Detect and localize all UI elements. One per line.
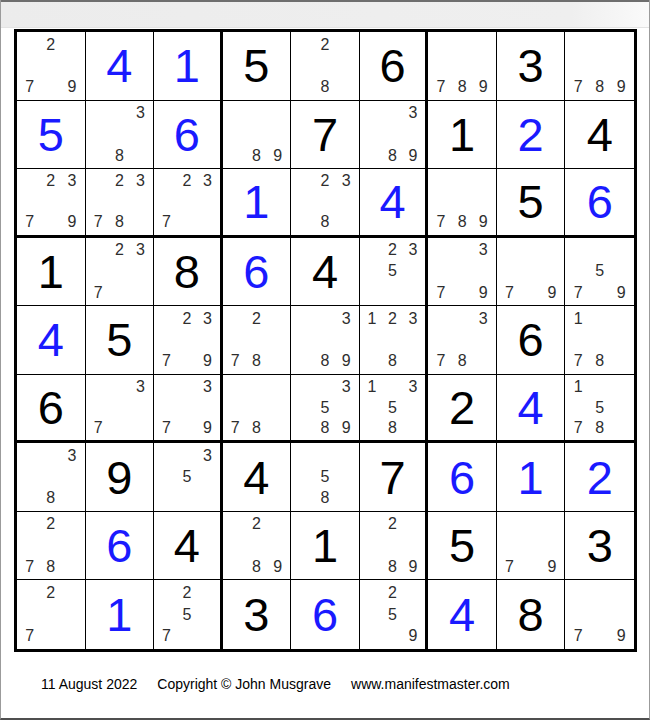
pencil-marks: 237	[156, 171, 218, 233]
cell-r4c2[interactable]: 237	[86, 238, 155, 307]
pencil-mark-5: 5	[314, 467, 335, 488]
cell-r8c8[interactable]: 79	[497, 512, 566, 581]
pencil-mark-2: 2	[246, 308, 267, 329]
pencil-marks: 259	[362, 582, 424, 647]
cell-r8c2[interactable]: 6	[86, 512, 155, 581]
pencil-marks: 289	[225, 514, 289, 578]
cell-r5c2[interactable]: 5	[86, 306, 155, 375]
cell-r4c5[interactable]: 4	[291, 238, 360, 307]
pencil-mark-8: 8	[382, 418, 403, 439]
pencil-mark-2: 2	[177, 308, 198, 329]
pencil-mark-7: 7	[567, 418, 589, 439]
pencil-mark-5: 5	[589, 397, 611, 418]
user-digit: 4	[449, 591, 475, 638]
sudoku-grid: 2794152867893789538689738912423792378237…	[14, 29, 637, 652]
pencil-marks: 28	[293, 34, 357, 98]
cell-r4c3[interactable]: 8	[154, 238, 223, 307]
given-digit: 1	[449, 111, 475, 158]
user-digit: 2	[518, 111, 544, 158]
cell-r8c3[interactable]: 4	[154, 512, 223, 581]
pencil-mark-1: 1	[567, 308, 589, 329]
pencil-marks: 389	[293, 308, 357, 372]
pencil-mark-3: 3	[61, 171, 82, 192]
cell-r6c6[interactable]: 1358	[360, 375, 429, 444]
user-digit: 5	[38, 111, 64, 158]
pencil-marks: 389	[362, 103, 424, 167]
cell-r1c5[interactable]: 28	[291, 32, 360, 101]
pencil-mark-2: 2	[109, 240, 130, 261]
cell-r9c8[interactable]: 8	[497, 580, 566, 649]
pencil-marks: 38	[19, 445, 83, 509]
pencil-mark-8: 8	[246, 418, 267, 439]
pencil-mark-3: 3	[197, 377, 218, 398]
user-digit: 6	[243, 248, 269, 295]
pencil-mark-2: 2	[177, 582, 198, 604]
cell-r7c8[interactable]: 1	[497, 443, 566, 512]
pencil-mark-9: 9	[403, 625, 424, 647]
user-digit: 6	[312, 591, 338, 638]
pencil-mark-8: 8	[314, 488, 335, 509]
pencil-mark-3: 3	[197, 308, 218, 329]
pencil-mark-3: 3	[403, 377, 424, 398]
pencil-mark-8: 8	[40, 488, 61, 509]
given-digit: 1	[38, 248, 64, 295]
pencil-mark-1: 1	[362, 308, 383, 329]
caption-copyright: Copyright © John Musgrave	[157, 676, 331, 692]
pencil-mark-9: 9	[336, 351, 357, 372]
user-digit: 6	[587, 178, 613, 225]
pencil-mark-7: 7	[88, 282, 109, 303]
pencil-mark-7: 7	[156, 351, 177, 372]
pencil-mark-3: 3	[403, 103, 424, 124]
cell-r3c4[interactable]: 1	[223, 169, 292, 238]
cell-r6c2[interactable]: 37	[86, 375, 155, 444]
cell-r3c6[interactable]: 4	[360, 169, 429, 238]
pencil-marks: 79	[499, 514, 563, 578]
pencil-marks: 58	[293, 445, 357, 509]
cell-r3c8[interactable]: 5	[497, 169, 566, 238]
user-digit: 1	[174, 42, 200, 89]
pencil-marks: 278	[19, 514, 83, 578]
cell-r7c5[interactable]: 58	[291, 443, 360, 512]
pencil-mark-8: 8	[246, 351, 267, 372]
pencil-marks: 789	[567, 34, 632, 98]
pencil-mark-8: 8	[314, 76, 335, 97]
given-digit: 4	[312, 248, 338, 295]
pencil-mark-3: 3	[473, 240, 494, 261]
given-digit: 3	[587, 522, 613, 569]
cell-r5c8[interactable]: 6	[497, 306, 566, 375]
pencil-mark-8: 8	[40, 556, 61, 577]
pencil-mark-5: 5	[382, 397, 403, 418]
pencil-marks: 1578	[567, 377, 632, 439]
pencil-mark-2: 2	[382, 514, 403, 535]
pencil-mark-8: 8	[382, 556, 403, 577]
pencil-mark-7: 7	[19, 625, 40, 647]
pencil-mark-7: 7	[430, 212, 451, 233]
pencil-mark-8: 8	[246, 145, 267, 166]
pencil-mark-3: 3	[473, 308, 494, 329]
cell-r1c8[interactable]: 3	[497, 32, 566, 101]
pencil-mark-8: 8	[452, 76, 473, 97]
pencil-mark-8: 8	[314, 418, 335, 439]
cell-r8c6[interactable]: 289	[360, 512, 429, 581]
cell-r5c1[interactable]: 4	[17, 306, 86, 375]
pencil-mark-7: 7	[156, 418, 177, 439]
pencil-marks: 278	[225, 308, 289, 372]
sudoku-page: 2794152867893789538689738912423792378237…	[0, 0, 650, 720]
pencil-mark-9: 9	[473, 282, 494, 303]
user-digit: 1	[518, 454, 544, 501]
given-digit: 5	[243, 42, 269, 89]
cell-r7c6[interactable]: 7	[360, 443, 429, 512]
pencil-mark-2: 2	[40, 171, 61, 192]
pencil-mark-8: 8	[246, 556, 267, 577]
cell-r3c1[interactable]: 2379	[17, 169, 86, 238]
pencil-mark-9: 9	[336, 418, 357, 439]
user-digit: 4	[106, 42, 132, 89]
given-digit: 7	[379, 454, 405, 501]
cell-r7c3[interactable]: 35	[154, 443, 223, 512]
pencil-mark-2: 2	[40, 34, 61, 55]
cell-r4c6[interactable]: 235	[360, 238, 429, 307]
pencil-mark-8: 8	[109, 145, 130, 166]
given-digit: 5	[518, 178, 544, 225]
pencil-mark-7: 7	[88, 212, 109, 233]
pencil-mark-7: 7	[19, 212, 40, 233]
pencil-mark-9: 9	[197, 418, 218, 439]
pencil-mark-7: 7	[567, 351, 589, 372]
pencil-mark-7: 7	[225, 351, 246, 372]
pencil-marks: 79	[499, 240, 563, 304]
cell-r2c4[interactable]: 89	[223, 101, 292, 170]
pencil-mark-2: 2	[177, 171, 198, 192]
cell-r4c9[interactable]: 579	[565, 238, 634, 307]
cell-r1c3[interactable]: 1	[154, 32, 223, 101]
pencil-mark-2: 2	[314, 171, 335, 192]
cell-r2c5[interactable]: 7	[291, 101, 360, 170]
pencil-mark-7: 7	[19, 76, 40, 97]
given-digit: 4	[587, 111, 613, 158]
cell-r1c6[interactable]: 6	[360, 32, 429, 101]
cell-r5c5[interactable]: 389	[291, 306, 360, 375]
pencil-mark-5: 5	[589, 261, 611, 282]
user-digit: 1	[106, 591, 132, 638]
pencil-mark-5: 5	[177, 467, 198, 488]
cell-r9c3[interactable]: 257	[154, 580, 223, 649]
pencil-mark-9: 9	[610, 76, 632, 97]
cell-r6c1[interactable]: 6	[17, 375, 86, 444]
pencil-marks: 289	[362, 514, 424, 578]
cell-r4c7[interactable]: 379	[428, 238, 497, 307]
pencil-marks: 35	[156, 445, 218, 509]
pencil-mark-3: 3	[130, 103, 151, 124]
cell-r8c7[interactable]: 5	[428, 512, 497, 581]
cell-r1c1[interactable]: 279	[17, 32, 86, 101]
window-top-bar	[1, 0, 649, 28]
cell-r3c2[interactable]: 2378	[86, 169, 155, 238]
pencil-mark-2: 2	[109, 171, 130, 192]
given-digit: 4	[243, 454, 269, 501]
pencil-marks: 89	[225, 103, 289, 167]
given-digit: 6	[38, 384, 64, 431]
pencil-mark-1: 1	[362, 377, 383, 398]
pencil-marks: 79	[567, 582, 632, 647]
pencil-mark-9: 9	[473, 76, 494, 97]
cell-r5c7[interactable]: 378	[428, 306, 497, 375]
pencil-mark-1: 1	[567, 377, 589, 398]
pencil-mark-7: 7	[499, 556, 520, 577]
cell-r9c1[interactable]: 27	[17, 580, 86, 649]
pencil-marks: 379	[156, 377, 218, 439]
pencil-mark-7: 7	[88, 418, 109, 439]
cell-r6c3[interactable]: 379	[154, 375, 223, 444]
cell-r2c3[interactable]: 6	[154, 101, 223, 170]
pencil-mark-9: 9	[267, 145, 288, 166]
pencil-mark-2: 2	[382, 240, 403, 261]
pencil-marks: 235	[362, 240, 424, 304]
given-digit: 2	[449, 384, 475, 431]
pencil-mark-3: 3	[336, 171, 357, 192]
cell-r2c2[interactable]: 38	[86, 101, 155, 170]
pencil-mark-8: 8	[109, 212, 130, 233]
pencil-mark-7: 7	[567, 625, 589, 647]
cell-r5c6[interactable]: 1238	[360, 306, 429, 375]
given-digit: 3	[243, 591, 269, 638]
cell-r8c5[interactable]: 1	[291, 512, 360, 581]
pencil-marks: 178	[567, 308, 632, 372]
pencil-mark-9: 9	[403, 145, 424, 166]
given-digit: 7	[312, 111, 338, 158]
cell-r2c9[interactable]: 4	[565, 101, 634, 170]
given-digit: 6	[379, 42, 405, 89]
cell-r5c9[interactable]: 178	[565, 306, 634, 375]
pencil-mark-9: 9	[541, 556, 562, 577]
pencil-mark-9: 9	[267, 556, 288, 577]
cell-r3c3[interactable]: 237	[154, 169, 223, 238]
pencil-mark-5: 5	[314, 397, 335, 418]
user-digit: 6	[449, 454, 475, 501]
cell-r9c2[interactable]: 1	[86, 580, 155, 649]
given-digit: 4	[174, 522, 200, 569]
pencil-marks: 579	[567, 240, 632, 304]
pencil-marks: 78	[225, 377, 289, 439]
pencil-mark-7: 7	[499, 282, 520, 303]
given-digit: 8	[174, 248, 200, 295]
cell-r2c1[interactable]: 5	[17, 101, 86, 170]
pencil-marks: 3589	[293, 377, 357, 439]
pencil-mark-2: 2	[382, 582, 403, 604]
cell-r2c7[interactable]: 1	[428, 101, 497, 170]
given-digit: 8	[518, 591, 544, 638]
pencil-mark-3: 3	[197, 171, 218, 192]
pencil-mark-7: 7	[156, 212, 177, 233]
pencil-mark-9: 9	[473, 212, 494, 233]
pencil-marks: 2379	[156, 308, 218, 372]
cell-r1c9[interactable]: 789	[565, 32, 634, 101]
pencil-mark-5: 5	[382, 261, 403, 282]
pencil-mark-2: 2	[246, 514, 267, 535]
pencil-marks: 378	[430, 308, 494, 372]
cell-r6c8[interactable]: 4	[497, 375, 566, 444]
pencil-marks: 237	[88, 240, 152, 304]
pencil-mark-2: 2	[382, 308, 403, 329]
user-digit: 2	[587, 454, 613, 501]
cell-r7c2[interactable]: 9	[86, 443, 155, 512]
pencil-mark-9: 9	[61, 212, 82, 233]
pencil-mark-8: 8	[314, 351, 335, 372]
pencil-mark-3: 3	[130, 171, 151, 192]
cell-r3c7[interactable]: 789	[428, 169, 497, 238]
cell-r9c4[interactable]: 3	[223, 580, 292, 649]
pencil-mark-2: 2	[40, 514, 61, 535]
pencil-mark-8: 8	[452, 351, 473, 372]
pencil-mark-3: 3	[403, 308, 424, 329]
cell-r4c8[interactable]: 79	[497, 238, 566, 307]
pencil-mark-9: 9	[610, 625, 632, 647]
cell-r1c4[interactable]: 5	[223, 32, 292, 101]
cell-r9c6[interactable]: 259	[360, 580, 429, 649]
cell-r6c9[interactable]: 1578	[565, 375, 634, 444]
user-digit: 4	[379, 178, 405, 225]
pencil-mark-9: 9	[197, 351, 218, 372]
given-digit: 5	[449, 522, 475, 569]
cell-r2c6[interactable]: 389	[360, 101, 429, 170]
pencil-marks: 2379	[19, 171, 83, 233]
user-digit: 1	[243, 178, 269, 225]
given-digit: 5	[106, 316, 132, 363]
cell-r9c7[interactable]: 4	[428, 580, 497, 649]
cell-r7c9[interactable]: 2	[565, 443, 634, 512]
user-digit: 4	[518, 384, 544, 431]
pencil-mark-3: 3	[403, 240, 424, 261]
pencil-mark-7: 7	[567, 76, 589, 97]
cell-r7c4[interactable]: 4	[223, 443, 292, 512]
cell-r6c5[interactable]: 3589	[291, 375, 360, 444]
pencil-mark-7: 7	[430, 351, 451, 372]
given-digit: 9	[106, 454, 132, 501]
cell-r6c7[interactable]: 2	[428, 375, 497, 444]
pencil-mark-9: 9	[610, 282, 632, 303]
cell-r9c9[interactable]: 79	[565, 580, 634, 649]
given-digit: 3	[518, 42, 544, 89]
cell-r8c9[interactable]: 3	[565, 512, 634, 581]
pencil-mark-3: 3	[130, 240, 151, 261]
pencil-mark-7: 7	[19, 556, 40, 577]
cell-r6c4[interactable]: 78	[223, 375, 292, 444]
pencil-mark-2: 2	[40, 582, 61, 604]
pencil-mark-9: 9	[403, 556, 424, 577]
cell-r3c9[interactable]: 6	[565, 169, 634, 238]
given-digit: 1	[312, 522, 338, 569]
caption-website: www.manifestmaster.com	[351, 676, 510, 692]
cell-r7c7[interactable]: 6	[428, 443, 497, 512]
user-digit: 6	[106, 522, 132, 569]
pencil-marks: 789	[430, 171, 494, 233]
pencil-mark-8: 8	[314, 212, 335, 233]
cell-r8c1[interactable]: 278	[17, 512, 86, 581]
cell-r5c4[interactable]: 278	[223, 306, 292, 375]
cell-r3c5[interactable]: 238	[291, 169, 360, 238]
pencil-marks: 1238	[362, 308, 424, 372]
pencil-marks: 789	[430, 34, 494, 98]
pencil-mark-2: 2	[314, 34, 335, 55]
caption-date: 11 August 2022	[41, 676, 137, 692]
cell-r4c1[interactable]: 1	[17, 238, 86, 307]
cell-r7c1[interactable]: 38	[17, 443, 86, 512]
cell-r1c7[interactable]: 789	[428, 32, 497, 101]
pencil-mark-3: 3	[130, 377, 151, 398]
pencil-marks: 27	[19, 582, 83, 647]
cell-r1c2[interactable]: 4	[86, 32, 155, 101]
user-digit: 6	[174, 111, 200, 158]
given-digit: 6	[518, 316, 544, 363]
pencil-marks: 1358	[362, 377, 424, 439]
cell-r8c4[interactable]: 289	[223, 512, 292, 581]
pencil-mark-7: 7	[430, 282, 451, 303]
cell-r2c8[interactable]: 2	[497, 101, 566, 170]
pencil-mark-7: 7	[156, 625, 177, 647]
pencil-mark-5: 5	[177, 604, 198, 626]
pencil-marks: 238	[293, 171, 357, 233]
pencil-marks: 37	[88, 377, 152, 439]
pencil-mark-7: 7	[567, 282, 589, 303]
pencil-mark-9: 9	[61, 76, 82, 97]
pencil-marks: 38	[88, 103, 152, 167]
pencil-marks: 279	[19, 34, 83, 98]
pencil-marks: 379	[430, 240, 494, 304]
pencil-mark-7: 7	[430, 76, 451, 97]
cell-r9c5[interactable]: 6	[291, 580, 360, 649]
pencil-marks: 2378	[88, 171, 152, 233]
pencil-mark-8: 8	[589, 418, 611, 439]
pencil-mark-5: 5	[382, 604, 403, 626]
pencil-mark-8: 8	[452, 212, 473, 233]
pencil-mark-8: 8	[589, 351, 611, 372]
pencil-mark-7: 7	[225, 418, 246, 439]
pencil-mark-3: 3	[197, 445, 218, 466]
pencil-mark-8: 8	[589, 76, 611, 97]
cell-r4c4[interactable]: 6	[223, 238, 292, 307]
cell-r5c3[interactable]: 2379	[154, 306, 223, 375]
pencil-mark-8: 8	[382, 145, 403, 166]
user-digit: 4	[38, 316, 64, 363]
pencil-mark-3: 3	[61, 445, 82, 466]
pencil-marks: 257	[156, 582, 218, 647]
pencil-mark-8: 8	[382, 351, 403, 372]
pencil-mark-3: 3	[336, 308, 357, 329]
caption: 11 August 2022 Copyright © John Musgrave…	[41, 676, 510, 692]
pencil-mark-3: 3	[336, 377, 357, 398]
pencil-mark-9: 9	[541, 282, 562, 303]
